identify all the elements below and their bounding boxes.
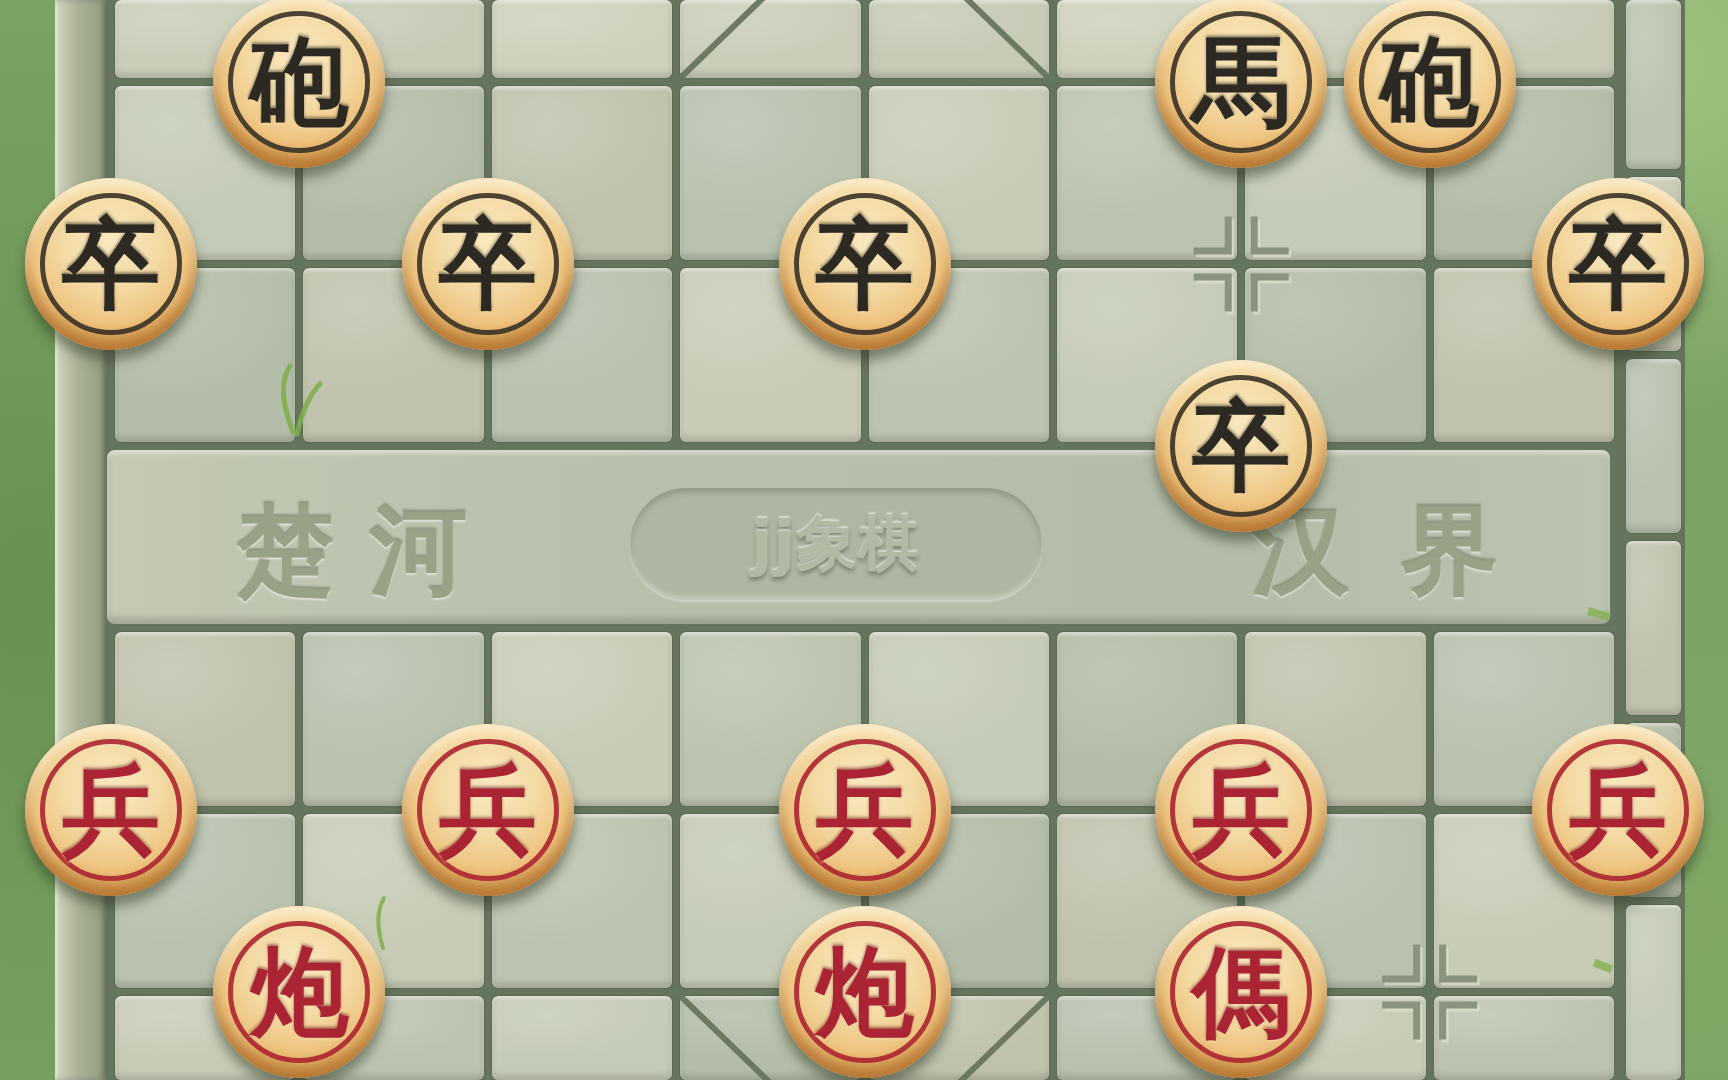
- piece-glyph: 兵: [62, 761, 160, 859]
- piece-red-soldier[interactable]: 兵: [779, 724, 951, 896]
- piece-black-horse[interactable]: 馬: [1155, 0, 1327, 168]
- piece-red-cannon[interactable]: 炮: [213, 906, 385, 1078]
- piece-glyph: 砲: [1381, 33, 1479, 131]
- piece-red-soldier[interactable]: 兵: [1532, 724, 1704, 896]
- piece-black-cannon[interactable]: 砲: [213, 0, 385, 168]
- piece-black-soldier[interactable]: 卒: [779, 178, 951, 350]
- river-label-left: 楚河: [237, 487, 503, 618]
- piece-black-soldier[interactable]: 卒: [1155, 360, 1327, 532]
- piece-glyph: 馬: [1192, 33, 1290, 131]
- piece-glyph: 兵: [1192, 761, 1290, 859]
- piece-black-cannon[interactable]: 砲: [1344, 0, 1516, 168]
- board-tile: [680, 0, 860, 78]
- piece-glyph: 砲: [250, 33, 348, 131]
- piece-glyph: 炮: [250, 943, 348, 1041]
- piece-black-soldier[interactable]: 卒: [1532, 178, 1704, 350]
- piece-glyph: 卒: [439, 215, 537, 313]
- board-tile: [492, 996, 672, 1080]
- piece-red-cannon[interactable]: 炮: [779, 906, 951, 1078]
- board-edge-tile: [1626, 0, 1681, 169]
- piece-black-soldier[interactable]: 卒: [25, 178, 197, 350]
- piece-glyph: 兵: [1569, 761, 1667, 859]
- board-tile: [869, 0, 1049, 78]
- piece-red-horse[interactable]: 傌: [1155, 906, 1327, 1078]
- piece-glyph: 卒: [62, 215, 160, 313]
- piece-red-soldier[interactable]: 兵: [402, 724, 574, 896]
- piece-glyph: 卒: [816, 215, 914, 313]
- piece-glyph: 卒: [1192, 397, 1290, 495]
- piece-glyph: 兵: [439, 761, 537, 859]
- board-edge-tile: [1626, 905, 1681, 1080]
- board-tile: [492, 0, 672, 78]
- piece-glyph: 兵: [816, 761, 914, 859]
- board-left-frame: [55, 0, 107, 1080]
- app-logo-text: jj象棋: [751, 504, 920, 585]
- board-tile: [1434, 996, 1614, 1080]
- piece-red-soldier[interactable]: 兵: [1155, 724, 1327, 896]
- piece-glyph: 炮: [816, 943, 914, 1041]
- app-logo: jj象棋: [630, 488, 1042, 600]
- piece-glyph: 卒: [1569, 215, 1667, 313]
- board-edge-tile: [1626, 541, 1681, 715]
- board-edge-tile: [1626, 359, 1681, 533]
- piece-glyph: 傌: [1192, 943, 1290, 1041]
- board-right-edge: [1622, 0, 1685, 1080]
- piece-black-soldier[interactable]: 卒: [402, 178, 574, 350]
- xiangqi-board[interactable]: 楚河 汉界 jj象棋 砲馬砲卒卒卒卒卒兵兵兵兵兵炮炮傌: [0, 0, 1728, 1080]
- piece-red-soldier[interactable]: 兵: [25, 724, 197, 896]
